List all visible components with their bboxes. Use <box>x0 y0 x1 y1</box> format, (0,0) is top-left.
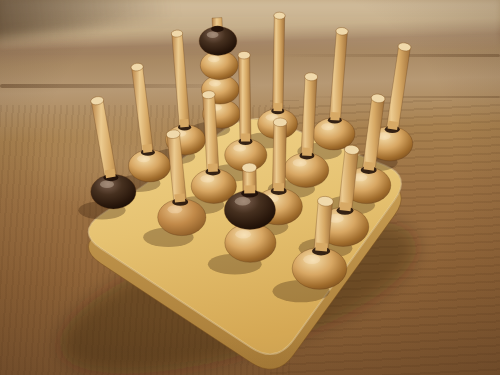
peg-end-face <box>238 51 250 59</box>
bead-hole <box>211 26 224 32</box>
photo-scene <box>0 0 500 375</box>
peg-shaft <box>244 185 255 193</box>
peg-shaft <box>364 161 375 170</box>
peg-r2c0 <box>116 63 171 192</box>
bead-highlight <box>200 175 214 183</box>
peg-r3c0 <box>78 96 136 220</box>
peg-end-face <box>202 90 215 99</box>
peg-end-face <box>273 118 287 127</box>
bead-highlight <box>208 56 220 62</box>
peg-end-face <box>274 12 286 19</box>
peg-shaft <box>302 148 312 157</box>
peg-shaft <box>241 133 250 141</box>
bead-highlight <box>168 205 183 213</box>
peg-shaft <box>174 193 185 202</box>
game-board-photo <box>0 0 500 375</box>
bead-highlight <box>233 145 246 152</box>
peg-shaft <box>274 103 283 111</box>
peg-shaft <box>105 169 116 179</box>
peg-shaft <box>388 121 399 130</box>
peg-shaft <box>274 183 285 191</box>
peg-end-face <box>242 163 257 172</box>
peg-shaft <box>180 119 189 128</box>
bead-highlight <box>209 80 221 86</box>
bead-highlight <box>293 159 307 167</box>
bead-highlight <box>137 155 150 162</box>
bead-highlight <box>100 180 114 188</box>
bead-highlight <box>207 32 219 38</box>
peg-shaft <box>208 164 218 173</box>
bead-highlight <box>321 123 334 130</box>
bead-highlight <box>303 255 320 264</box>
bead-highlight <box>235 197 251 206</box>
peg-end-face <box>304 72 317 81</box>
peg-shaft <box>330 112 340 121</box>
bead-highlight <box>235 230 251 239</box>
peg-shaft <box>315 243 327 252</box>
peg-shaft <box>340 202 352 211</box>
peg-shaft <box>142 144 152 153</box>
